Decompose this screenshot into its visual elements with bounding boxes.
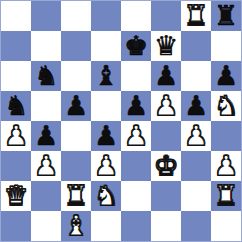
piece-white-rook: ♜ (64, 182, 88, 209)
square-d3[interactable]: ♟ (91, 151, 121, 181)
square-a1[interactable] (1, 211, 31, 241)
square-e5[interactable]: ♟ (121, 91, 151, 121)
square-a7[interactable] (1, 31, 31, 61)
square-g7[interactable] (181, 31, 211, 61)
square-f4[interactable] (151, 121, 181, 151)
square-d6[interactable]: ♝ (91, 61, 121, 91)
piece-white-pawn: ♟ (34, 152, 58, 179)
square-f5[interactable]: ♟ (151, 91, 181, 121)
piece-white-rook: ♜ (184, 2, 208, 29)
square-e6[interactable] (121, 61, 151, 91)
square-h8[interactable]: ♜ (211, 1, 241, 31)
square-e2[interactable] (121, 181, 151, 211)
square-e1[interactable] (121, 211, 151, 241)
square-h3[interactable]: ♟ (211, 151, 241, 181)
piece-white-pawn: ♟ (4, 122, 28, 149)
square-g3[interactable] (181, 151, 211, 181)
piece-black-king: ♚ (124, 32, 148, 59)
piece-black-pawn: ♟ (124, 92, 148, 119)
square-g5[interactable]: ♟ (181, 91, 211, 121)
square-b7[interactable] (31, 31, 61, 61)
piece-white-knight: ♞ (94, 182, 118, 209)
square-f7[interactable]: ♛ (151, 31, 181, 61)
square-d7[interactable] (91, 31, 121, 61)
square-g1[interactable] (181, 211, 211, 241)
square-c1[interactable]: ♝ (61, 211, 91, 241)
square-e4[interactable]: ♟ (121, 121, 151, 151)
piece-black-knight: ♞ (34, 62, 58, 89)
piece-white-king: ♚ (154, 152, 178, 179)
chess-board: ♜♜♚♛♞♝♟♟♞♟♟♟♟♞♟♟♟♟♟♟♟♚♟♛♜♞♜♝ (0, 0, 242, 242)
square-h6[interactable]: ♟ (211, 61, 241, 91)
piece-black-pawn: ♟ (214, 62, 238, 89)
square-d4[interactable]: ♟ (91, 121, 121, 151)
square-a5[interactable]: ♞ (1, 91, 31, 121)
piece-black-pawn: ♟ (64, 92, 88, 119)
square-h7[interactable] (211, 31, 241, 61)
piece-black-pawn: ♟ (184, 92, 208, 119)
square-c8[interactable] (61, 1, 91, 31)
square-f2[interactable] (151, 181, 181, 211)
piece-white-pawn: ♟ (184, 122, 208, 149)
chess-board-container: ♜♜♚♛♞♝♟♟♞♟♟♟♟♞♟♟♟♟♟♟♟♚♟♛♜♞♜♝ (0, 0, 242, 242)
piece-white-pawn: ♟ (154, 92, 178, 119)
square-f1[interactable] (151, 211, 181, 241)
square-a3[interactable] (1, 151, 31, 181)
square-b8[interactable] (31, 1, 61, 31)
square-b1[interactable] (31, 211, 61, 241)
square-f3[interactable]: ♚ (151, 151, 181, 181)
square-c6[interactable] (61, 61, 91, 91)
square-e3[interactable] (121, 151, 151, 181)
square-f8[interactable] (151, 1, 181, 31)
square-h2[interactable]: ♜ (211, 181, 241, 211)
square-b5[interactable] (31, 91, 61, 121)
square-g2[interactable] (181, 181, 211, 211)
piece-black-rook: ♜ (214, 2, 238, 29)
square-b4[interactable]: ♟ (31, 121, 61, 151)
piece-white-bishop: ♝ (64, 212, 88, 239)
square-e7[interactable]: ♚ (121, 31, 151, 61)
square-h5[interactable]: ♞ (211, 91, 241, 121)
piece-white-pawn: ♟ (124, 122, 148, 149)
piece-white-pawn: ♟ (94, 152, 118, 179)
piece-black-bishop: ♝ (94, 62, 118, 89)
piece-black-pawn: ♟ (154, 62, 178, 89)
piece-black-knight: ♞ (4, 92, 28, 119)
square-c5[interactable]: ♟ (61, 91, 91, 121)
square-g8[interactable]: ♜ (181, 1, 211, 31)
square-c3[interactable] (61, 151, 91, 181)
piece-white-knight: ♞ (214, 92, 238, 119)
square-c2[interactable]: ♜ (61, 181, 91, 211)
square-f6[interactable]: ♟ (151, 61, 181, 91)
piece-black-pawn: ♟ (34, 122, 58, 149)
piece-black-pawn: ♟ (94, 122, 118, 149)
square-h1[interactable] (211, 211, 241, 241)
square-b2[interactable] (31, 181, 61, 211)
square-g4[interactable]: ♟ (181, 121, 211, 151)
square-a4[interactable]: ♟ (1, 121, 31, 151)
square-a8[interactable] (1, 1, 31, 31)
piece-black-queen: ♛ (154, 32, 178, 59)
square-g6[interactable] (181, 61, 211, 91)
square-b6[interactable]: ♞ (31, 61, 61, 91)
square-b3[interactable]: ♟ (31, 151, 61, 181)
square-h4[interactable] (211, 121, 241, 151)
square-d1[interactable] (91, 211, 121, 241)
piece-white-pawn: ♟ (214, 152, 238, 179)
square-e8[interactable] (121, 1, 151, 31)
square-c4[interactable] (61, 121, 91, 151)
piece-white-rook: ♜ (214, 182, 238, 209)
square-a6[interactable] (1, 61, 31, 91)
square-d8[interactable] (91, 1, 121, 31)
piece-white-queen: ♛ (4, 182, 28, 209)
square-c7[interactable] (61, 31, 91, 61)
square-a2[interactable]: ♛ (1, 181, 31, 211)
square-d2[interactable]: ♞ (91, 181, 121, 211)
square-d5[interactable] (91, 91, 121, 121)
